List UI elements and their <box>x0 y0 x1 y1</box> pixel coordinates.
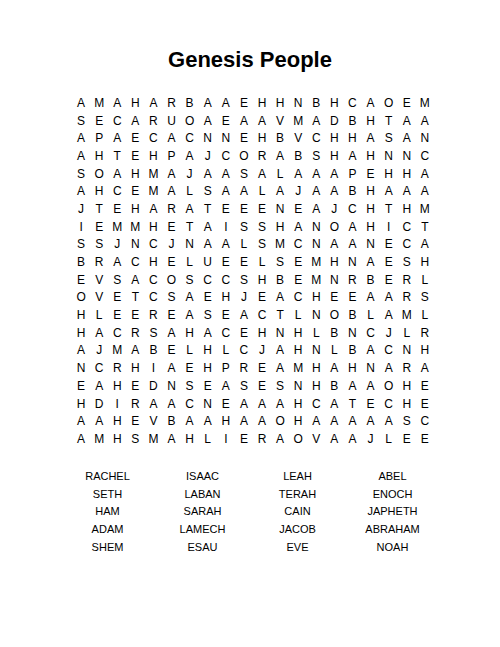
grid-cell[interactable]: A <box>72 342 90 360</box>
grid-cell[interactable]: M <box>126 218 144 236</box>
grid-cell[interactable]: S <box>126 430 144 448</box>
grid-cell[interactable]: A <box>325 236 343 254</box>
grid-cell[interactable]: J <box>325 200 343 218</box>
grid-cell[interactable]: H <box>362 112 380 130</box>
grid-cell[interactable]: P <box>90 129 108 147</box>
grid-cell[interactable]: S <box>144 324 162 342</box>
grid-cell[interactable]: M <box>144 430 162 448</box>
grid-cell[interactable]: A <box>199 324 217 342</box>
grid-cell[interactable]: A <box>199 412 217 430</box>
grid-cell[interactable]: A <box>325 165 343 183</box>
grid-cell[interactable]: N <box>362 359 380 377</box>
grid-cell[interactable]: A <box>162 165 180 183</box>
grid-cell[interactable]: O <box>72 289 90 307</box>
grid-cell[interactable]: H <box>126 94 144 112</box>
grid-cell[interactable]: A <box>398 129 416 147</box>
grid-cell[interactable]: E <box>235 94 253 112</box>
grid-cell[interactable]: H <box>90 182 108 200</box>
grid-cell[interactable]: J <box>199 147 217 165</box>
grid-cell[interactable]: M <box>90 430 108 448</box>
grid-cell[interactable]: H <box>362 147 380 165</box>
grid-cell[interactable]: H <box>289 412 307 430</box>
grid-cell[interactable]: V <box>271 112 289 130</box>
grid-cell[interactable]: A <box>380 182 398 200</box>
grid-cell[interactable]: H <box>72 395 90 413</box>
grid-cell[interactable]: J <box>90 342 108 360</box>
grid-cell[interactable]: C <box>217 271 235 289</box>
grid-cell[interactable]: E <box>362 165 380 183</box>
grid-cell[interactable]: L <box>325 342 343 360</box>
grid-cell[interactable]: B <box>307 94 325 112</box>
grid-cell[interactable]: B <box>343 306 361 324</box>
grid-cell[interactable]: E <box>126 147 144 165</box>
grid-cell[interactable]: O <box>235 147 253 165</box>
grid-cell[interactable]: N <box>362 236 380 254</box>
grid-cell[interactable]: H <box>253 271 271 289</box>
grid-cell[interactable]: S <box>181 377 199 395</box>
grid-cell[interactable]: A <box>162 395 180 413</box>
grid-cell[interactable]: M <box>108 342 126 360</box>
grid-cell[interactable]: M <box>307 253 325 271</box>
grid-cell[interactable]: H <box>144 147 162 165</box>
grid-cell[interactable]: A <box>181 147 199 165</box>
grid-cell[interactable]: O <box>325 306 343 324</box>
grid-cell[interactable]: H <box>253 129 271 147</box>
grid-cell[interactable]: E <box>126 377 144 395</box>
grid-cell[interactable]: A <box>126 271 144 289</box>
grid-cell[interactable]: E <box>235 253 253 271</box>
grid-cell[interactable]: R <box>144 306 162 324</box>
grid-cell[interactable]: S <box>253 218 271 236</box>
grid-cell[interactable]: H <box>380 165 398 183</box>
grid-cell[interactable]: H <box>90 147 108 165</box>
grid-cell[interactable]: H <box>199 342 217 360</box>
grid-cell[interactable]: H <box>253 94 271 112</box>
grid-cell[interactable]: S <box>90 236 108 254</box>
grid-cell[interactable]: H <box>126 200 144 218</box>
grid-cell[interactable]: C <box>380 342 398 360</box>
grid-cell[interactable]: V <box>289 129 307 147</box>
grid-cell[interactable]: C <box>307 395 325 413</box>
grid-cell[interactable]: R <box>398 289 416 307</box>
grid-cell[interactable]: L <box>253 182 271 200</box>
grid-cell[interactable]: A <box>217 94 235 112</box>
grid-cell[interactable]: S <box>235 218 253 236</box>
grid-cell[interactable]: A <box>72 147 90 165</box>
grid-cell[interactable]: N <box>380 147 398 165</box>
grid-cell[interactable]: E <box>380 236 398 254</box>
grid-cell[interactable]: A <box>416 359 434 377</box>
grid-cell[interactable]: I <box>217 218 235 236</box>
grid-cell[interactable]: R <box>398 359 416 377</box>
grid-cell[interactable]: P <box>343 165 361 183</box>
grid-cell[interactable]: H <box>325 129 343 147</box>
grid-cell[interactable]: H <box>181 324 199 342</box>
grid-cell[interactable]: E <box>90 112 108 130</box>
grid-cell[interactable]: E <box>289 271 307 289</box>
grid-cell[interactable]: B <box>144 342 162 360</box>
grid-cell[interactable]: B <box>181 94 199 112</box>
grid-cell[interactable]: H <box>144 218 162 236</box>
grid-cell[interactable]: A <box>217 182 235 200</box>
grid-cell[interactable]: E <box>217 306 235 324</box>
grid-cell[interactable]: O <box>162 271 180 289</box>
grid-cell[interactable]: A <box>380 306 398 324</box>
grid-cell[interactable]: C <box>253 306 271 324</box>
grid-cell[interactable]: H <box>289 395 307 413</box>
grid-cell[interactable]: C <box>108 112 126 130</box>
grid-cell[interactable]: S <box>108 271 126 289</box>
grid-cell[interactable]: O <box>289 430 307 448</box>
grid-cell[interactable]: S <box>199 182 217 200</box>
grid-cell[interactable]: M <box>289 112 307 130</box>
grid-cell[interactable]: B <box>72 253 90 271</box>
grid-cell[interactable]: L <box>416 271 434 289</box>
grid-cell[interactable]: E <box>253 289 271 307</box>
grid-cell[interactable]: E <box>126 412 144 430</box>
grid-cell[interactable]: S <box>307 147 325 165</box>
grid-cell[interactable]: E <box>72 377 90 395</box>
grid-cell[interactable]: C <box>181 129 199 147</box>
grid-cell[interactable]: A <box>144 395 162 413</box>
grid-cell[interactable]: B <box>325 324 343 342</box>
grid-cell[interactable]: S <box>271 377 289 395</box>
grid-cell[interactable]: C <box>235 342 253 360</box>
grid-cell[interactable]: A <box>271 395 289 413</box>
grid-cell[interactable]: S <box>235 165 253 183</box>
grid-cell[interactable]: E <box>343 289 361 307</box>
grid-cell[interactable]: N <box>199 395 217 413</box>
grid-cell[interactable]: M <box>271 236 289 254</box>
grid-cell[interactable]: H <box>362 218 380 236</box>
grid-cell[interactable]: A <box>162 359 180 377</box>
grid-cell[interactable]: C <box>380 395 398 413</box>
grid-cell[interactable]: A <box>90 324 108 342</box>
grid-cell[interactable]: N <box>307 218 325 236</box>
grid-cell[interactable]: U <box>162 112 180 130</box>
grid-cell[interactable]: H <box>343 359 361 377</box>
grid-cell[interactable]: H <box>398 165 416 183</box>
grid-cell[interactable]: T <box>380 200 398 218</box>
grid-cell[interactable]: A <box>217 165 235 183</box>
grid-cell[interactable]: H <box>217 289 235 307</box>
grid-cell[interactable]: A <box>90 412 108 430</box>
grid-cell[interactable]: H <box>307 359 325 377</box>
grid-cell[interactable]: D <box>144 377 162 395</box>
grid-cell[interactable]: L <box>181 342 199 360</box>
grid-cell[interactable]: A <box>362 412 380 430</box>
grid-cell[interactable]: A <box>398 112 416 130</box>
grid-cell[interactable]: E <box>289 200 307 218</box>
grid-cell[interactable]: H <box>253 324 271 342</box>
grid-cell[interactable]: V <box>90 289 108 307</box>
grid-cell[interactable]: N <box>126 236 144 254</box>
grid-cell[interactable]: A <box>72 182 90 200</box>
grid-cell[interactable]: C <box>217 324 235 342</box>
grid-cell[interactable]: H <box>199 359 217 377</box>
grid-cell[interactable]: M <box>416 200 434 218</box>
grid-cell[interactable]: A <box>253 165 271 183</box>
grid-cell[interactable]: A <box>162 129 180 147</box>
grid-cell[interactable]: A <box>416 236 434 254</box>
grid-cell[interactable]: A <box>162 324 180 342</box>
grid-cell[interactable]: A <box>325 430 343 448</box>
grid-cell[interactable]: E <box>108 289 126 307</box>
grid-cell[interactable]: J <box>162 236 180 254</box>
grid-cell[interactable]: E <box>162 342 180 360</box>
grid-cell[interactable]: N <box>343 253 361 271</box>
grid-cell[interactable]: A <box>380 289 398 307</box>
grid-cell[interactable]: H <box>398 395 416 413</box>
grid-cell[interactable]: I <box>72 218 90 236</box>
grid-cell[interactable]: B <box>343 112 361 130</box>
grid-cell[interactable]: N <box>271 200 289 218</box>
grid-cell[interactable]: A <box>217 236 235 254</box>
grid-cell[interactable]: L <box>181 182 199 200</box>
grid-cell[interactable]: E <box>253 359 271 377</box>
grid-cell[interactable]: E <box>108 306 126 324</box>
grid-cell[interactable]: A <box>416 165 434 183</box>
grid-cell[interactable]: N <box>289 377 307 395</box>
grid-cell[interactable]: H <box>416 342 434 360</box>
grid-cell[interactable]: H <box>72 306 90 324</box>
grid-cell[interactable]: N <box>217 129 235 147</box>
grid-cell[interactable]: A <box>362 253 380 271</box>
grid-cell[interactable]: H <box>289 324 307 342</box>
grid-cell[interactable]: T <box>380 112 398 130</box>
grid-cell[interactable]: L <box>235 236 253 254</box>
grid-cell[interactable]: E <box>72 271 90 289</box>
grid-cell[interactable]: S <box>398 253 416 271</box>
grid-cell[interactable]: H <box>181 430 199 448</box>
grid-cell[interactable]: H <box>307 289 325 307</box>
grid-cell[interactable]: A <box>90 377 108 395</box>
grid-cell[interactable]: C <box>416 147 434 165</box>
grid-cell[interactable]: B <box>289 147 307 165</box>
grid-cell[interactable]: B <box>325 377 343 395</box>
grid-cell[interactable]: C <box>343 94 361 112</box>
grid-cell[interactable]: D <box>325 112 343 130</box>
grid-cell[interactable]: R <box>126 395 144 413</box>
grid-cell[interactable]: R <box>108 359 126 377</box>
grid-cell[interactable]: R <box>162 94 180 112</box>
grid-cell[interactable]: E <box>398 94 416 112</box>
grid-cell[interactable]: C <box>144 271 162 289</box>
grid-cell[interactable]: A <box>289 218 307 236</box>
grid-cell[interactable]: H <box>72 324 90 342</box>
grid-cell[interactable]: L <box>217 342 235 360</box>
grid-cell[interactable]: C <box>289 289 307 307</box>
grid-cell[interactable]: J <box>289 182 307 200</box>
grid-cell[interactable]: N <box>398 147 416 165</box>
grid-cell[interactable]: L <box>181 253 199 271</box>
grid-cell[interactable]: A <box>108 94 126 112</box>
grid-cell[interactable]: E <box>235 200 253 218</box>
grid-cell[interactable]: R <box>343 271 361 289</box>
grid-cell[interactable]: A <box>72 430 90 448</box>
grid-cell[interactable]: A <box>126 342 144 360</box>
grid-cell[interactable]: E <box>90 218 108 236</box>
grid-cell[interactable]: I <box>217 430 235 448</box>
grid-cell[interactable]: A <box>144 94 162 112</box>
grid-cell[interactable]: S <box>398 412 416 430</box>
grid-cell[interactable]: H <box>108 430 126 448</box>
grid-cell[interactable]: M <box>398 306 416 324</box>
grid-cell[interactable]: H <box>126 359 144 377</box>
grid-cell[interactable]: R <box>235 359 253 377</box>
grid-cell[interactable]: S <box>271 253 289 271</box>
grid-cell[interactable]: C <box>144 289 162 307</box>
grid-cell[interactable]: A <box>235 182 253 200</box>
grid-cell[interactable]: S <box>162 289 180 307</box>
grid-cell[interactable]: V <box>307 430 325 448</box>
grid-cell[interactable]: M <box>416 94 434 112</box>
grid-cell[interactable]: A <box>253 112 271 130</box>
grid-cell[interactable]: S <box>380 129 398 147</box>
grid-cell[interactable]: H <box>343 129 361 147</box>
grid-cell[interactable]: A <box>307 112 325 130</box>
grid-cell[interactable]: E <box>217 112 235 130</box>
grid-cell[interactable]: H <box>398 377 416 395</box>
grid-cell[interactable]: E <box>235 430 253 448</box>
grid-cell[interactable]: E <box>162 218 180 236</box>
grid-cell[interactable]: A <box>362 342 380 360</box>
grid-cell[interactable]: M <box>144 165 162 183</box>
grid-cell[interactable]: T <box>90 200 108 218</box>
grid-cell[interactable]: B <box>271 271 289 289</box>
grid-cell[interactable]: E <box>181 359 199 377</box>
grid-cell[interactable]: L <box>362 306 380 324</box>
grid-cell[interactable]: S <box>235 377 253 395</box>
grid-cell[interactable]: R <box>90 253 108 271</box>
grid-cell[interactable]: N <box>325 271 343 289</box>
grid-cell[interactable]: A <box>108 253 126 271</box>
grid-cell[interactable]: A <box>235 395 253 413</box>
grid-cell[interactable]: A <box>162 182 180 200</box>
grid-cell[interactable]: A <box>181 412 199 430</box>
grid-cell[interactable]: A <box>181 289 199 307</box>
grid-cell[interactable]: M <box>108 218 126 236</box>
grid-cell[interactable]: N <box>398 342 416 360</box>
grid-cell[interactable]: A <box>199 94 217 112</box>
grid-cell[interactable]: A <box>343 430 361 448</box>
grid-cell[interactable]: R <box>162 200 180 218</box>
grid-cell[interactable]: E <box>108 200 126 218</box>
grid-cell[interactable]: T <box>343 395 361 413</box>
grid-cell[interactable]: H <box>108 412 126 430</box>
grid-cell[interactable]: A <box>325 412 343 430</box>
grid-cell[interactable]: C <box>362 324 380 342</box>
grid-cell[interactable]: N <box>199 129 217 147</box>
grid-cell[interactable]: N <box>289 94 307 112</box>
grid-cell[interactable]: H <box>144 253 162 271</box>
grid-cell[interactable]: A <box>199 112 217 130</box>
grid-cell[interactable]: A <box>271 359 289 377</box>
grid-cell[interactable]: A <box>325 395 343 413</box>
grid-cell[interactable]: J <box>108 236 126 254</box>
grid-cell[interactable]: A <box>217 377 235 395</box>
grid-cell[interactable]: A <box>72 129 90 147</box>
grid-cell[interactable]: A <box>343 377 361 395</box>
grid-cell[interactable]: E <box>416 395 434 413</box>
grid-cell[interactable]: C <box>181 395 199 413</box>
grid-cell[interactable]: H <box>325 147 343 165</box>
grid-cell[interactable]: H <box>325 94 343 112</box>
grid-cell[interactable]: A <box>380 359 398 377</box>
grid-cell[interactable]: A <box>307 412 325 430</box>
grid-cell[interactable]: B <box>343 182 361 200</box>
grid-cell[interactable]: A <box>144 200 162 218</box>
grid-cell[interactable]: H <box>362 182 380 200</box>
grid-cell[interactable]: A <box>343 218 361 236</box>
grid-cell[interactable]: R <box>144 112 162 130</box>
grid-cell[interactable]: A <box>343 147 361 165</box>
grid-cell[interactable]: T <box>108 147 126 165</box>
grid-cell[interactable]: A <box>307 182 325 200</box>
grid-cell[interactable]: P <box>162 147 180 165</box>
grid-cell[interactable]: N <box>162 377 180 395</box>
grid-cell[interactable]: A <box>253 412 271 430</box>
grid-cell[interactable]: E <box>126 129 144 147</box>
grid-cell[interactable]: O <box>325 218 343 236</box>
grid-cell[interactable]: H <box>398 200 416 218</box>
grid-cell[interactable]: J <box>253 342 271 360</box>
grid-cell[interactable]: S <box>181 271 199 289</box>
grid-cell[interactable]: A <box>271 182 289 200</box>
grid-cell[interactable]: C <box>307 129 325 147</box>
grid-cell[interactable]: E <box>235 129 253 147</box>
grid-cell[interactable]: E <box>380 271 398 289</box>
grid-cell[interactable]: E <box>380 253 398 271</box>
grid-cell[interactable]: A <box>235 412 253 430</box>
grid-cell[interactable]: L <box>271 165 289 183</box>
grid-cell[interactable]: E <box>253 377 271 395</box>
grid-cell[interactable]: I <box>380 218 398 236</box>
grid-cell[interactable]: T <box>181 218 199 236</box>
grid-cell[interactable]: A <box>362 289 380 307</box>
grid-cell[interactable]: B <box>271 129 289 147</box>
grid-cell[interactable]: C <box>289 236 307 254</box>
grid-cell[interactable]: L <box>398 324 416 342</box>
grid-cell[interactable]: A <box>72 412 90 430</box>
grid-cell[interactable]: A <box>271 342 289 360</box>
grid-cell[interactable]: A <box>126 112 144 130</box>
grid-cell[interactable]: H <box>126 165 144 183</box>
grid-cell[interactable]: N <box>307 342 325 360</box>
grid-cell[interactable]: H <box>307 377 325 395</box>
grid-cell[interactable]: A <box>271 147 289 165</box>
grid-cell[interactable]: A <box>307 200 325 218</box>
grid-cell[interactable]: S <box>199 306 217 324</box>
grid-cell[interactable]: H <box>217 412 235 430</box>
grid-cell[interactable]: A <box>325 182 343 200</box>
grid-cell[interactable]: C <box>144 236 162 254</box>
grid-cell[interactable]: T <box>199 200 217 218</box>
grid-cell[interactable]: A <box>108 165 126 183</box>
grid-cell[interactable]: M <box>289 359 307 377</box>
grid-cell[interactable]: E <box>235 324 253 342</box>
grid-cell[interactable]: J <box>181 165 199 183</box>
grid-cell[interactable]: D <box>90 395 108 413</box>
grid-cell[interactable]: E <box>217 253 235 271</box>
grid-cell[interactable]: A <box>271 430 289 448</box>
grid-cell[interactable]: C <box>398 218 416 236</box>
grid-cell[interactable]: O <box>90 165 108 183</box>
grid-cell[interactable]: A <box>380 412 398 430</box>
grid-cell[interactable]: N <box>271 324 289 342</box>
grid-cell[interactable]: N <box>181 236 199 254</box>
grid-cell[interactable]: A <box>162 430 180 448</box>
